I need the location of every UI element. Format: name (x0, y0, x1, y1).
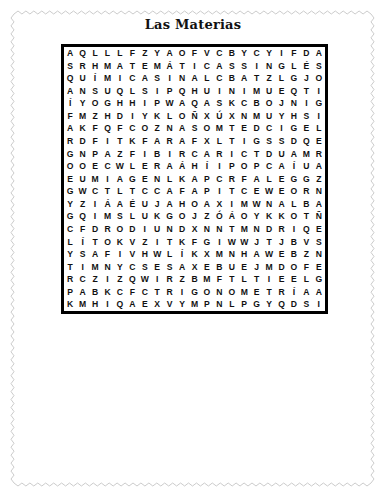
grid-cell: U (76, 72, 88, 85)
grid-cell: C (126, 122, 138, 135)
grid-cell: T (64, 261, 76, 274)
grid-cell: H (101, 110, 113, 123)
grid-cell: D (275, 261, 287, 274)
grid-cell: Z (89, 110, 101, 123)
grid-cell: F (176, 185, 188, 198)
grid-cell: A (300, 286, 312, 299)
grid-cell: E (238, 261, 250, 274)
grid-cell: S (139, 85, 151, 98)
grid-cell: M (238, 198, 250, 211)
grid-cell: B (213, 261, 225, 274)
grid-cell: R (300, 185, 312, 198)
grid-cell: E (139, 298, 151, 311)
grid-cell: N (151, 173, 163, 186)
grid-cell: L (288, 60, 300, 73)
grid-cell: U (139, 198, 151, 211)
grid-cell: G (64, 210, 76, 223)
grid-cell: A (188, 173, 200, 186)
grid-cell: P (64, 286, 76, 299)
grid-cell: I (163, 148, 175, 161)
grid-cell: P (201, 298, 213, 311)
grid-cell: Q (64, 72, 76, 85)
grid-cell: D (126, 223, 138, 236)
grid-cell: Z (151, 122, 163, 135)
grid-cell: H (114, 97, 126, 110)
grid-cell: O (76, 160, 88, 173)
grid-cell: T (226, 273, 238, 286)
grid-cell: Q (275, 298, 287, 311)
word-search-grid: AQLLLFZYAOFVCBYCYIFDASRHMATEMÁTICASSINGL… (61, 44, 328, 314)
grid-cell: A (89, 248, 101, 261)
grid-cell: I (275, 47, 287, 60)
grid-cell: U (139, 210, 151, 223)
grid-cell: A (139, 72, 151, 85)
grid-cell: I (101, 298, 113, 311)
grid-cell: E (275, 273, 287, 286)
grid-cell: L (263, 173, 275, 186)
grid-cell: D (288, 135, 300, 148)
grid-cell: S (89, 85, 101, 98)
grid-cell: I (176, 286, 188, 299)
grid-cell: K (76, 122, 88, 135)
grid-cell: T (226, 135, 238, 148)
grid-cell: I (250, 60, 262, 73)
grid-cell: F (114, 122, 126, 135)
grid-cell: N (76, 85, 88, 98)
grid-cell: E (275, 185, 287, 198)
grid-cell: R (226, 173, 238, 186)
grid-cell: A (176, 122, 188, 135)
grid-cell: S (238, 60, 250, 73)
grid-cell: F (188, 236, 200, 249)
grid-cell: A (250, 173, 262, 186)
grid-cell: U (275, 148, 287, 161)
grid-cell: A (201, 148, 213, 161)
grid-cell: Y (263, 298, 275, 311)
grid-cell: I (76, 261, 88, 274)
grid-cell: X (188, 223, 200, 236)
grid-cell: H (188, 85, 200, 98)
grid-cell: M (101, 72, 113, 85)
grid-cell: A (101, 148, 113, 161)
grid-cell: E (139, 60, 151, 73)
grid-cell: H (176, 198, 188, 211)
grid-cell: É (126, 198, 138, 211)
grid-cell: T (101, 185, 113, 198)
grid-cell: T (226, 122, 238, 135)
grid-cell: A (163, 185, 175, 198)
grid-cell: S (151, 72, 163, 85)
grid-cell: E (89, 160, 101, 173)
grid-cell: W (226, 236, 238, 249)
grid-cell: F (126, 148, 138, 161)
grid-cell: T (151, 286, 163, 299)
grid-cell: U (226, 261, 238, 274)
grid-cell: E (275, 248, 287, 261)
grid-cell: J (188, 210, 200, 223)
grid-cell: Q (114, 298, 126, 311)
grid-cell: A (313, 286, 325, 299)
grid-cell: S (213, 97, 225, 110)
grid-cell: É (300, 60, 312, 73)
grid-cell: E (201, 261, 213, 274)
grid-cell: A (275, 160, 287, 173)
grid-cell: T (226, 185, 238, 198)
grid-cell: N (263, 198, 275, 211)
grid-cell: Á (101, 198, 113, 211)
grid-cell: E (139, 173, 151, 186)
grid-cell: G (126, 173, 138, 186)
grid-cell: I (151, 85, 163, 98)
grid-cell: E (64, 173, 76, 186)
grid-cell: J (300, 72, 312, 85)
grid-cell: E (250, 185, 262, 198)
grid-cell: D (89, 223, 101, 236)
grid-cell: T (89, 236, 101, 249)
grid-cell: C (250, 47, 262, 60)
grid-cell: G (288, 72, 300, 85)
grid-cell: H (288, 110, 300, 123)
grid-cell: C (126, 261, 138, 274)
grid-cell: U (263, 85, 275, 98)
grid-cell: I (226, 198, 238, 211)
grid-cell: M (188, 298, 200, 311)
grid-cell: F (139, 135, 151, 148)
grid-cell: Z (139, 236, 151, 249)
grid-cell: U (76, 173, 88, 186)
grid-cell: Í (76, 236, 88, 249)
grid-cell: C (238, 148, 250, 161)
grid-cell: D (263, 223, 275, 236)
grid-cell: P (163, 85, 175, 98)
grid-cell: D (114, 110, 126, 123)
grid-cell: V (126, 236, 138, 249)
grid-cell: M (238, 223, 250, 236)
grid-cell: R (76, 60, 88, 73)
grid-cell: N (101, 261, 113, 274)
grid-cell: Z (201, 210, 213, 223)
grid-cell: I (151, 236, 163, 249)
grid-cell: Z (76, 198, 88, 211)
grid-cell: I (213, 85, 225, 98)
grid-cell: A (201, 97, 213, 110)
grid-cell: X (201, 110, 213, 123)
grid-cell: F (238, 173, 250, 186)
grid-cell: C (151, 185, 163, 198)
grid-cell: Y (114, 261, 126, 274)
grid-cell: C (101, 160, 113, 173)
grid-cell: Í (288, 160, 300, 173)
grid-cell: F (300, 261, 312, 274)
grid-cell: Q (126, 273, 138, 286)
grid-cell: I (275, 122, 287, 135)
grid-cell: A (313, 198, 325, 211)
grid-cell: S (139, 261, 151, 274)
grid-cell: P (151, 97, 163, 110)
grid-cell: Z (114, 148, 126, 161)
grid-cell: A (163, 198, 175, 211)
grid-cell: R (176, 148, 188, 161)
grid-cell: S (226, 60, 238, 73)
grid-cell: Q (76, 210, 88, 223)
grid-cell: A (188, 72, 200, 85)
grid-cell: Í (288, 286, 300, 299)
grid-cell: L (163, 173, 175, 186)
grid-cell: P (238, 298, 250, 311)
grid-cell: Z (139, 47, 151, 60)
grid-cell: M (213, 122, 225, 135)
grid-cell: U (151, 223, 163, 236)
grid-cell: O (114, 223, 126, 236)
grid-cell: L (238, 273, 250, 286)
grid-cell: S (64, 60, 76, 73)
grid-cell: H (89, 60, 101, 73)
grid-cell: K (64, 298, 76, 311)
grid-cell: K (114, 236, 126, 249)
grid-cell: I (213, 236, 225, 249)
grid-cell: D (263, 148, 275, 161)
grid-cell: G (300, 173, 312, 186)
grid-cell: Y (76, 97, 88, 110)
grid-cell: F (288, 47, 300, 60)
grid-cell: I (163, 72, 175, 85)
grid-cell: A (176, 135, 188, 148)
grid-cell: Z (89, 273, 101, 286)
grid-cell: N (163, 223, 175, 236)
grid-cell: T (163, 236, 175, 249)
grid-cell: T (250, 72, 262, 85)
grid-cell: T (226, 223, 238, 236)
grid-cell: K (275, 210, 287, 223)
grid-cell: J (151, 198, 163, 211)
grid-cell: C (114, 286, 126, 299)
grid-cell: B (288, 248, 300, 261)
grid-cell: Y (263, 47, 275, 60)
grid-cell: V (300, 236, 312, 249)
grid-cell: K (188, 248, 200, 261)
grid-cell: M (250, 85, 262, 98)
grid-cell: I (313, 85, 325, 98)
grid-cell: W (250, 198, 262, 211)
grid-cell: Y (151, 47, 163, 60)
grid-cell: O (313, 72, 325, 85)
grid-cell: W (238, 236, 250, 249)
grid-cell: M (213, 248, 225, 261)
grid-cell: U (201, 85, 213, 98)
grid-cell: W (263, 248, 275, 261)
grid-cell: I (226, 148, 238, 161)
grid-cell: Ú (213, 110, 225, 123)
grid-cell: G (250, 135, 262, 148)
grid-cell: Á (176, 160, 188, 173)
grid-cell: F (126, 47, 138, 60)
grid-cell: M (250, 110, 262, 123)
grid-cell: C (89, 185, 101, 198)
grid-cell: L (163, 248, 175, 261)
grid-cell: T (176, 60, 188, 73)
grid-cell: A (163, 47, 175, 60)
grid-cell: R (275, 286, 287, 299)
grid-cell: P (89, 148, 101, 161)
grid-cell: I (126, 110, 138, 123)
grid-cell: I (300, 97, 312, 110)
grid-cell: O (64, 160, 76, 173)
grid-cell: R (163, 273, 175, 286)
grid-cell: E (151, 261, 163, 274)
grid-cell: A (64, 85, 76, 98)
grid-cell: S (313, 60, 325, 73)
grid-cell: T (250, 273, 262, 286)
grid-cell: A (313, 47, 325, 60)
grid-cell: M (76, 298, 88, 311)
grid-cell: L (126, 210, 138, 223)
grid-cell: I (313, 298, 325, 311)
grid-cell: W (76, 185, 88, 198)
grid-cell: K (151, 210, 163, 223)
grid-cell: E (313, 223, 325, 236)
grid-cell: I (114, 248, 126, 261)
grid-cell: F (76, 223, 88, 236)
grid-cell: X (188, 261, 200, 274)
grid-cell: A (176, 261, 188, 274)
grid-cell: I (263, 273, 275, 286)
grid-cell: A (313, 160, 325, 173)
grid-cell: A (64, 47, 76, 60)
grid-cell: N (213, 286, 225, 299)
grid-cell: S (300, 110, 312, 123)
grid-cell: G (313, 273, 325, 286)
grid-cell: I (288, 223, 300, 236)
worksheet-page: Las Materias AQLLLFZYAOFVCBYCYIFDASRHMAT… (0, 0, 386, 500)
grid-cell: L (163, 110, 175, 123)
grid-cell: N (263, 60, 275, 73)
grid-cell: C (188, 148, 200, 161)
grid-cell: C (213, 47, 225, 60)
grid-cell: A (288, 148, 300, 161)
grid-cell: W (139, 273, 151, 286)
grid-cell: K (126, 135, 138, 148)
grid-cell: N (201, 223, 213, 236)
grid-cell: D (288, 298, 300, 311)
grid-cell: B (188, 273, 200, 286)
grid-cell: Í (176, 248, 188, 261)
grid-cell: U (101, 85, 113, 98)
grid-cell: T (126, 185, 138, 198)
grid-cell: R (101, 223, 113, 236)
grid-cell: J (275, 236, 287, 249)
grid-cell: M (89, 261, 101, 274)
grid-cell: C (238, 185, 250, 198)
grid-cell: G (313, 97, 325, 110)
grid-cell: R (163, 135, 175, 148)
grid-cell: Y (176, 298, 188, 311)
grid-cell: X (201, 135, 213, 148)
grid-cell: V (163, 298, 175, 311)
grid-cell: I (151, 273, 163, 286)
grid-cell: N (163, 122, 175, 135)
grid-cell: C (213, 72, 225, 85)
grid-cell: I (101, 173, 113, 186)
grid-cell: H (89, 298, 101, 311)
grid-cell: D (176, 223, 188, 236)
grid-cell: I (101, 135, 113, 148)
grid-cell: Y (250, 210, 262, 223)
grid-cell: L (114, 47, 126, 60)
grid-cell: C (238, 97, 250, 110)
grid-cell: M (101, 60, 113, 73)
grid-cell: W (263, 185, 275, 198)
grid-cell: Q (288, 85, 300, 98)
grid-cell: Q (300, 223, 312, 236)
grid-cell: F (188, 135, 200, 148)
grid-cell: R (64, 273, 76, 286)
grid-cell: Q (101, 122, 113, 135)
grid-cell: Á (163, 60, 175, 73)
grid-cell: O (89, 97, 101, 110)
grid-cell: Q (188, 97, 200, 110)
grid-cell: N (250, 223, 262, 236)
grid-cell: I (139, 223, 151, 236)
grid-cell: F (188, 47, 200, 60)
grid-cell: T (300, 85, 312, 98)
grid-cell: L (201, 72, 213, 85)
grid-cell: I (238, 85, 250, 98)
grid-cell: T (126, 60, 138, 73)
grid-cell: I (89, 210, 101, 223)
grid-cell: X (213, 198, 225, 211)
grid-cell: E (313, 261, 325, 274)
grid-cell: B (226, 72, 238, 85)
grid-cell: M (151, 60, 163, 73)
grid-cell: S (188, 122, 200, 135)
grid-cell: O (288, 210, 300, 223)
grid-cell: A (126, 298, 138, 311)
grid-cell: Q (114, 85, 126, 98)
grid-cell: R (275, 223, 287, 236)
grid-cell: A (213, 60, 225, 73)
grid-cell: S (300, 298, 312, 311)
grid-cell: O (176, 210, 188, 223)
grid-cell: G (288, 122, 300, 135)
grid-cell: N (313, 248, 325, 261)
grid-cell: X (226, 110, 238, 123)
grid-cell: S (313, 236, 325, 249)
grid-cell: P (201, 173, 213, 186)
grid-cell: S (163, 261, 175, 274)
grid-cell: F (89, 122, 101, 135)
grid-cell: O (226, 286, 238, 299)
grid-cell: G (250, 298, 262, 311)
grid-cell: Y (139, 110, 151, 123)
grid-cell: D (300, 47, 312, 60)
grid-cell: H (126, 97, 138, 110)
grid-cell: D (250, 122, 262, 135)
grid-cell: C (213, 173, 225, 186)
grid-cell: R (213, 148, 225, 161)
grid-cell: A (188, 185, 200, 198)
grid-cell: I (114, 72, 126, 85)
grid-cell: T (300, 210, 312, 223)
grid-cell: L (226, 298, 238, 311)
grid-cell: I (313, 110, 325, 123)
grid-cell: C (201, 60, 213, 73)
grid-cell: P (226, 160, 238, 173)
grid-cell: N (76, 148, 88, 161)
grid-cell: V (201, 47, 213, 60)
grid-cell: W (151, 248, 163, 261)
grid-cell: Z (114, 273, 126, 286)
grid-cell: E (288, 273, 300, 286)
